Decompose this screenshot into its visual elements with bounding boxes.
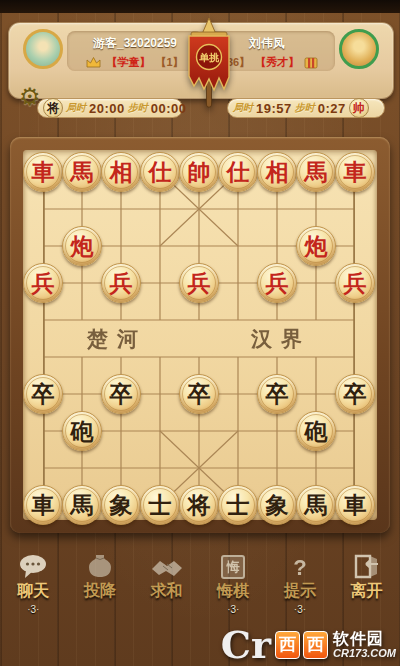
right-move-time: 0:27 — [318, 101, 346, 116]
question-mark-icon: ? — [293, 553, 306, 579]
piece-black-r7c1[interactable]: 砲 — [62, 411, 102, 451]
piece-red-r2c7[interactable]: 炮 — [296, 226, 336, 266]
piece-black-r6c8[interactable]: 卒 — [335, 374, 375, 414]
piece-red-r3c6[interactable]: 兵 — [257, 263, 297, 303]
piece-black-r9c2[interactable]: 象 — [101, 485, 141, 525]
leave-button[interactable]: 离开 — [336, 553, 398, 616]
surrender-button[interactable]: 投降 — [69, 553, 131, 616]
piece-red-r0c8[interactable]: 車 — [335, 152, 375, 192]
left-player-plate: 游客_32020259 【学童】 【1】 — [67, 31, 203, 71]
red-side-badge: 帅 — [349, 98, 369, 118]
duel-banner: 单挑 — [185, 17, 233, 109]
piece-black-r9c6[interactable]: 象 — [257, 485, 297, 525]
piece-red-r0c4[interactable]: 帥 — [179, 152, 219, 192]
left-player-name: 游客_32020259 — [67, 35, 203, 52]
exit-door-icon — [353, 553, 380, 579]
piece-red-r0c6[interactable]: 相 — [257, 152, 297, 192]
top-dark-strip — [0, 0, 400, 13]
piece-black-r9c1[interactable]: 馬 — [62, 485, 102, 525]
piece-red-r0c5[interactable]: 仕 — [218, 152, 258, 192]
piece-red-r3c8[interactable]: 兵 — [335, 263, 375, 303]
piece-black-r6c4[interactable]: 卒 — [179, 374, 219, 414]
left-move-time: 00:00 — [151, 101, 187, 116]
left-timer: 将 局时 20:00 步时 00:00 — [37, 98, 183, 118]
chat-count-badge: ·3· — [27, 604, 39, 616]
watermark-tile-2: 西 — [303, 631, 328, 659]
header-panel: 游客_32020259 【学童】 【1】 刘伟凤 【36】 【秀才】 — [8, 22, 394, 99]
piece-red-r3c0[interactable]: 兵 — [23, 263, 63, 303]
surrender-jar-icon — [87, 553, 113, 579]
piece-red-r0c0[interactable]: 車 — [23, 152, 63, 192]
undo-move-button[interactable]: 悔 悔棋 ·3· — [202, 553, 264, 616]
right-timer: 局时 19:57 步时 0:27 帅 — [227, 98, 385, 118]
piece-red-r0c2[interactable]: 相 — [101, 152, 141, 192]
right-game-time-label: 局时 — [233, 101, 253, 115]
board-frame: 楚河 汉界 車馬相仕帥仕相馬車炮炮兵兵兵兵兵卒卒卒卒卒砲砲車馬象士将士象馬車 — [10, 137, 390, 533]
left-game-time-label: 局时 — [66, 101, 86, 115]
hint-button[interactable]: ? 提示 ·3· — [269, 553, 331, 616]
piece-red-r3c4[interactable]: 兵 — [179, 263, 219, 303]
watermark-cr-logo: Cr — [221, 628, 271, 662]
chat-button[interactable]: 聊天 ·3· — [2, 553, 64, 616]
piece-black-r9c8[interactable]: 車 — [335, 485, 375, 525]
regret-tile-icon: 悔 — [221, 553, 245, 579]
piece-black-r6c2[interactable]: 卒 — [101, 374, 141, 414]
medal-icon — [304, 57, 318, 69]
piece-black-r9c5[interactable]: 士 — [218, 485, 258, 525]
handshake-icon — [151, 553, 183, 579]
piece-black-r9c7[interactable]: 馬 — [296, 485, 336, 525]
piece-red-r0c1[interactable]: 馬 — [62, 152, 102, 192]
left-rank-badge: 【学童】 — [106, 55, 150, 70]
undo-count-badge: ·3· — [227, 604, 239, 616]
left-game-time: 20:00 — [89, 101, 125, 116]
left-player-avatar[interactable] — [23, 29, 63, 69]
piece-red-r3c2[interactable]: 兵 — [101, 263, 141, 303]
left-move-time-label: 步时 — [128, 101, 148, 115]
piece-red-r0c7[interactable]: 馬 — [296, 152, 336, 192]
xiangqi-game-screen: 游客_32020259 【学童】 【1】 刘伟凤 【36】 【秀才】 — [0, 0, 400, 666]
watermark-suffix: 软件园 — [333, 631, 384, 648]
piece-red-r0c3[interactable]: 仕 — [140, 152, 180, 192]
hint-count-badge: ·3· — [294, 604, 306, 616]
xiangqi-board[interactable]: 楚河 汉界 車馬相仕帥仕相馬車炮炮兵兵兵兵兵卒卒卒卒卒砲砲車馬象士将士象馬車 — [23, 150, 377, 520]
gear-icon[interactable]: ⚙ — [19, 85, 41, 109]
black-side-badge: 将 — [43, 98, 63, 118]
watermark-domain: CR173.COM — [333, 648, 396, 659]
right-move-time-label: 步时 — [295, 101, 315, 115]
right-player-avatar[interactable] — [339, 29, 379, 69]
piece-red-r2c1[interactable]: 炮 — [62, 226, 102, 266]
right-game-time: 19:57 — [256, 101, 292, 116]
piece-black-r9c4[interactable]: 将 — [179, 485, 219, 525]
piece-black-r9c0[interactable]: 車 — [23, 485, 63, 525]
left-level-badge: 【1】 — [155, 55, 183, 70]
piece-black-r7c7[interactable]: 砲 — [296, 411, 336, 451]
piece-black-r6c0[interactable]: 卒 — [23, 374, 63, 414]
piece-layer: 車馬相仕帥仕相馬車炮炮兵兵兵兵兵卒卒卒卒卒砲砲車馬象士将士象馬車 — [43, 172, 355, 505]
draw-offer-button[interactable]: 求和 — [136, 553, 198, 616]
piece-black-r6c6[interactable]: 卒 — [257, 374, 297, 414]
site-watermark: Cr 西 西 软件园 CR173.COM — [221, 628, 396, 662]
banner-text: 单挑 — [199, 52, 220, 63]
bottom-toolbar: 聊天 ·3· 投降 求和 悔 — [0, 553, 400, 616]
watermark-tile-1: 西 — [275, 631, 300, 659]
right-rank-badge: 【秀才】 — [255, 55, 299, 70]
crown-icon — [86, 57, 101, 68]
piece-black-r9c3[interactable]: 士 — [140, 485, 180, 525]
chat-bubble-icon — [18, 553, 48, 579]
